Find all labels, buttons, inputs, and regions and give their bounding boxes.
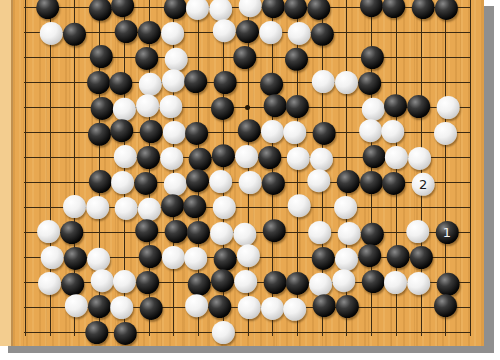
- stone-black[interactable]: [285, 47, 308, 70]
- stone-black[interactable]: [63, 22, 86, 45]
- stone-white[interactable]: [159, 95, 182, 118]
- stone-black[interactable]: [164, 220, 187, 243]
- empty-intersection[interactable]: [458, 295, 483, 320]
- stone-white[interactable]: [213, 19, 236, 42]
- intersection[interactable]: [111, 195, 136, 220]
- intersection[interactable]: [210, 245, 235, 270]
- stone-white[interactable]: [284, 121, 307, 144]
- intersection[interactable]: [235, 220, 260, 245]
- empty-intersection[interactable]: [13, 45, 38, 70]
- intersection[interactable]: [285, 145, 310, 170]
- intersection[interactable]: [408, 270, 433, 295]
- stone-black[interactable]: [360, 222, 383, 245]
- stone-white[interactable]: [235, 145, 258, 168]
- intersection[interactable]: [285, 195, 310, 220]
- intersection[interactable]: [87, 45, 112, 70]
- empty-intersection[interactable]: [235, 70, 260, 95]
- empty-intersection[interactable]: [359, 295, 384, 320]
- stone-white[interactable]: [335, 71, 358, 94]
- intersection[interactable]: [235, 0, 260, 20]
- empty-intersection[interactable]: [186, 45, 211, 70]
- intersection[interactable]: [87, 120, 112, 145]
- empty-intersection[interactable]: [359, 320, 384, 345]
- stone-black[interactable]: [233, 46, 256, 69]
- empty-intersection[interactable]: [458, 195, 483, 220]
- stone-black[interactable]: [337, 170, 360, 193]
- stone-white[interactable]: [186, 294, 209, 317]
- intersection[interactable]: [210, 20, 235, 45]
- intersection[interactable]: [87, 295, 112, 320]
- intersection[interactable]: [260, 70, 285, 95]
- stone-white[interactable]: [385, 146, 408, 169]
- stone-white[interactable]: [63, 195, 86, 218]
- stone-black[interactable]: [138, 21, 161, 44]
- stone-black[interactable]: [134, 171, 157, 194]
- intersection[interactable]: [210, 270, 235, 295]
- intersection[interactable]: [359, 270, 384, 295]
- empty-intersection[interactable]: [383, 220, 408, 245]
- stone-black[interactable]: [262, 171, 285, 194]
- intersection[interactable]: [260, 170, 285, 195]
- intersection[interactable]: [136, 270, 161, 295]
- stone-black[interactable]: [407, 95, 430, 118]
- intersection[interactable]: [383, 0, 408, 20]
- stone-black[interactable]: [140, 296, 163, 319]
- intersection[interactable]: [235, 295, 260, 320]
- intersection[interactable]: [359, 220, 384, 245]
- stone-black[interactable]: [64, 246, 87, 269]
- stone-white[interactable]: [139, 72, 162, 95]
- intersection[interactable]: [285, 270, 310, 295]
- empty-intersection[interactable]: [37, 295, 62, 320]
- stone-white[interactable]: [259, 21, 282, 44]
- intersection[interactable]: [136, 295, 161, 320]
- intersection[interactable]: [285, 120, 310, 145]
- empty-intersection[interactable]: [458, 320, 483, 345]
- empty-intersection[interactable]: [458, 45, 483, 70]
- empty-intersection[interactable]: [433, 195, 458, 220]
- intersection[interactable]: [383, 95, 408, 120]
- intersection[interactable]: [136, 45, 161, 70]
- intersection[interactable]: [260, 120, 285, 145]
- intersection[interactable]: [359, 245, 384, 270]
- empty-intersection[interactable]: [37, 320, 62, 345]
- empty-intersection[interactable]: [408, 20, 433, 45]
- empty-intersection[interactable]: [408, 195, 433, 220]
- stone-white[interactable]: [359, 119, 382, 142]
- intersection[interactable]: [136, 70, 161, 95]
- stone-white[interactable]: [38, 271, 61, 294]
- stone-white[interactable]: [337, 221, 360, 244]
- stone-black[interactable]: [260, 72, 283, 95]
- stone-white[interactable]: [37, 220, 60, 243]
- empty-intersection[interactable]: [62, 95, 87, 120]
- stone-white[interactable]: [408, 146, 431, 169]
- stone-white[interactable]: 2: [412, 172, 435, 195]
- empty-intersection[interactable]: [458, 270, 483, 295]
- intersection[interactable]: [383, 145, 408, 170]
- empty-intersection[interactable]: [285, 220, 310, 245]
- intersection[interactable]: [161, 70, 186, 95]
- intersection[interactable]: [87, 70, 112, 95]
- empty-intersection[interactable]: [13, 270, 38, 295]
- intersection[interactable]: 1: [433, 220, 458, 245]
- empty-intersection[interactable]: [37, 170, 62, 195]
- intersection[interactable]: [161, 20, 186, 45]
- intersection[interactable]: [111, 70, 136, 95]
- stone-white[interactable]: [210, 221, 233, 244]
- stone-black[interactable]: [88, 122, 111, 145]
- empty-intersection[interactable]: [359, 20, 384, 45]
- empty-intersection[interactable]: [13, 170, 38, 195]
- intersection[interactable]: [433, 295, 458, 320]
- stone-white[interactable]: [115, 196, 138, 219]
- intersection[interactable]: [433, 0, 458, 20]
- empty-intersection[interactable]: [458, 220, 483, 245]
- stone-white[interactable]: [334, 196, 357, 219]
- stone-white[interactable]: [261, 296, 284, 319]
- stone-black[interactable]: [189, 147, 212, 170]
- intersection[interactable]: [260, 295, 285, 320]
- empty-intersection[interactable]: [186, 95, 211, 120]
- stone-black[interactable]: [88, 295, 111, 318]
- stone-white[interactable]: [288, 194, 311, 217]
- intersection[interactable]: [260, 0, 285, 20]
- stone-white[interactable]: [434, 121, 457, 144]
- intersection[interactable]: [186, 70, 211, 95]
- intersection[interactable]: [111, 320, 136, 345]
- intersection[interactable]: [260, 20, 285, 45]
- stone-white[interactable]: [307, 169, 330, 192]
- intersection[interactable]: [186, 170, 211, 195]
- stone-black[interactable]: [312, 246, 335, 269]
- intersection[interactable]: [359, 170, 384, 195]
- stone-black[interactable]: [161, 194, 184, 217]
- intersection[interactable]: [186, 245, 211, 270]
- intersection[interactable]: [87, 245, 112, 270]
- stone-black[interactable]: [85, 321, 108, 344]
- stone-black[interactable]: [211, 269, 234, 292]
- intersection[interactable]: [210, 0, 235, 20]
- stone-white[interactable]: [209, 170, 232, 193]
- empty-intersection[interactable]: [235, 195, 260, 220]
- intersection[interactable]: [186, 145, 211, 170]
- empty-intersection[interactable]: [13, 195, 38, 220]
- stone-white[interactable]: [138, 197, 161, 220]
- intersection[interactable]: [161, 120, 186, 145]
- intersection[interactable]: [235, 145, 260, 170]
- intersection[interactable]: [408, 0, 433, 20]
- empty-intersection[interactable]: [62, 170, 87, 195]
- stone-white[interactable]: [309, 272, 332, 295]
- empty-intersection[interactable]: [210, 120, 235, 145]
- empty-intersection[interactable]: [62, 120, 87, 145]
- stone-black[interactable]: [358, 244, 381, 267]
- stone-black[interactable]: [382, 0, 405, 18]
- empty-intersection[interactable]: [13, 220, 38, 245]
- intersection[interactable]: [87, 320, 112, 345]
- empty-intersection[interactable]: [285, 245, 310, 270]
- stone-white[interactable]: [186, 0, 209, 19]
- intersection[interactable]: [136, 95, 161, 120]
- intersection[interactable]: [334, 270, 359, 295]
- intersection[interactable]: [210, 320, 235, 345]
- intersection[interactable]: [87, 170, 112, 195]
- stone-black[interactable]: [186, 121, 209, 144]
- stone-black[interactable]: [209, 295, 232, 318]
- empty-intersection[interactable]: [260, 245, 285, 270]
- stone-black[interactable]: [214, 71, 237, 94]
- stone-white[interactable]: [213, 196, 236, 219]
- intersection[interactable]: [235, 120, 260, 145]
- empty-intersection[interactable]: [62, 320, 87, 345]
- empty-intersection[interactable]: [186, 20, 211, 45]
- stone-white[interactable]: [288, 21, 311, 44]
- intersection[interactable]: [210, 170, 235, 195]
- stone-black[interactable]: [212, 144, 235, 167]
- intersection[interactable]: [309, 70, 334, 95]
- intersection[interactable]: [87, 0, 112, 20]
- empty-intersection[interactable]: [136, 0, 161, 20]
- empty-intersection[interactable]: [433, 320, 458, 345]
- intersection[interactable]: [235, 20, 260, 45]
- stone-black[interactable]: [384, 94, 407, 117]
- empty-intersection[interactable]: [13, 145, 38, 170]
- stone-white[interactable]: [332, 269, 355, 292]
- intersection[interactable]: [62, 245, 87, 270]
- intersection[interactable]: [210, 195, 235, 220]
- intersection[interactable]: [260, 95, 285, 120]
- stone-black[interactable]: [186, 169, 209, 192]
- stone-white[interactable]: [164, 47, 187, 70]
- stone-black[interactable]: [361, 270, 384, 293]
- empty-intersection[interactable]: [383, 320, 408, 345]
- empty-intersection[interactable]: [408, 70, 433, 95]
- empty-intersection[interactable]: [383, 295, 408, 320]
- empty-intersection[interactable]: [260, 320, 285, 345]
- stone-white[interactable]: [111, 171, 134, 194]
- stone-black[interactable]: [412, 0, 435, 19]
- stone-black[interactable]: [90, 96, 113, 119]
- stone-white[interactable]: [436, 96, 459, 119]
- stone-white[interactable]: [238, 296, 261, 319]
- intersection[interactable]: [87, 95, 112, 120]
- intersection[interactable]: [111, 270, 136, 295]
- empty-intersection[interactable]: [433, 145, 458, 170]
- stone-black[interactable]: [387, 245, 410, 268]
- empty-intersection[interactable]: [309, 45, 334, 70]
- intersection[interactable]: [433, 120, 458, 145]
- intersection[interactable]: [359, 145, 384, 170]
- intersection[interactable]: [309, 270, 334, 295]
- empty-intersection[interactable]: [334, 20, 359, 45]
- intersection[interactable]: [210, 220, 235, 245]
- empty-intersection[interactable]: [309, 195, 334, 220]
- intersection[interactable]: [359, 95, 384, 120]
- stone-black[interactable]: [135, 219, 158, 242]
- empty-intersection[interactable]: [458, 20, 483, 45]
- stone-black[interactable]: [436, 272, 459, 295]
- empty-intersection[interactable]: [13, 295, 38, 320]
- intersection[interactable]: [37, 270, 62, 295]
- intersection[interactable]: [111, 0, 136, 20]
- intersection[interactable]: [161, 195, 186, 220]
- stone-black[interactable]: [214, 247, 237, 270]
- empty-intersection[interactable]: [359, 195, 384, 220]
- stone-black[interactable]: [307, 0, 330, 19]
- stone-black[interactable]: [263, 94, 286, 117]
- empty-intersection[interactable]: [13, 70, 38, 95]
- stone-black[interactable]: [434, 294, 457, 317]
- stone-black[interactable]: [258, 146, 281, 169]
- empty-intersection[interactable]: [408, 45, 433, 70]
- stone-white[interactable]: [233, 222, 256, 245]
- stone-black[interactable]: [114, 321, 137, 344]
- stone-black[interactable]: [238, 119, 261, 142]
- empty-intersection[interactable]: [13, 320, 38, 345]
- intersection[interactable]: [186, 295, 211, 320]
- empty-intersection[interactable]: [458, 70, 483, 95]
- empty-intersection[interactable]: [13, 0, 38, 20]
- stone-black[interactable]: [284, 0, 307, 19]
- stone-black[interactable]: [211, 96, 234, 119]
- empty-intersection[interactable]: [13, 120, 38, 145]
- intersection[interactable]: [309, 120, 334, 145]
- empty-intersection[interactable]: [37, 70, 62, 95]
- stone-white[interactable]: [136, 94, 159, 117]
- empty-intersection[interactable]: [87, 220, 112, 245]
- stone-white[interactable]: [164, 172, 187, 195]
- intersection[interactable]: [334, 195, 359, 220]
- stone-black[interactable]: [262, 0, 285, 18]
- intersection[interactable]: [62, 220, 87, 245]
- empty-intersection[interactable]: [260, 45, 285, 70]
- empty-intersection[interactable]: [285, 170, 310, 195]
- intersection[interactable]: [309, 220, 334, 245]
- intersection[interactable]: [285, 95, 310, 120]
- intersection[interactable]: [111, 120, 136, 145]
- intersection[interactable]: [37, 20, 62, 45]
- stone-black[interactable]: [236, 20, 259, 43]
- stone-black[interactable]: [164, 0, 187, 19]
- empty-intersection[interactable]: [458, 0, 483, 20]
- intersection[interactable]: [408, 220, 433, 245]
- empty-intersection[interactable]: [37, 195, 62, 220]
- intersection[interactable]: [161, 145, 186, 170]
- intersection[interactable]: [433, 270, 458, 295]
- intersection[interactable]: [210, 145, 235, 170]
- intersection[interactable]: [359, 45, 384, 70]
- empty-intersection[interactable]: [408, 320, 433, 345]
- intersection[interactable]: [186, 195, 211, 220]
- empty-intersection[interactable]: [334, 45, 359, 70]
- empty-intersection[interactable]: [161, 320, 186, 345]
- intersection[interactable]: [161, 45, 186, 70]
- stone-white[interactable]: [163, 121, 186, 144]
- stone-black[interactable]: [137, 146, 160, 169]
- stone-white[interactable]: [287, 146, 310, 169]
- intersection[interactable]: [235, 245, 260, 270]
- stone-white[interactable]: [90, 269, 113, 292]
- stone-white[interactable]: [312, 70, 335, 93]
- intersection[interactable]: [383, 120, 408, 145]
- intersection[interactable]: [87, 195, 112, 220]
- stone-black[interactable]: [140, 120, 163, 143]
- empty-intersection[interactable]: [13, 20, 38, 45]
- intersection[interactable]: [260, 270, 285, 295]
- stone-white[interactable]: [114, 145, 137, 168]
- empty-intersection[interactable]: [13, 245, 38, 270]
- stone-white[interactable]: [160, 146, 183, 169]
- intersection[interactable]: [136, 195, 161, 220]
- empty-intersection[interactable]: [458, 95, 483, 120]
- intersection[interactable]: [235, 170, 260, 195]
- empty-intersection[interactable]: [458, 145, 483, 170]
- intersection[interactable]: [383, 270, 408, 295]
- stone-black[interactable]: [435, 0, 458, 19]
- empty-intersection[interactable]: [433, 70, 458, 95]
- stone-black[interactable]: [89, 45, 112, 68]
- stone-black[interactable]: [111, 0, 134, 17]
- stone-white[interactable]: [40, 21, 63, 44]
- empty-intersection[interactable]: [383, 20, 408, 45]
- empty-intersection[interactable]: [309, 95, 334, 120]
- empty-intersection[interactable]: [433, 170, 458, 195]
- empty-intersection[interactable]: [408, 295, 433, 320]
- stone-white[interactable]: [407, 271, 430, 294]
- intersection[interactable]: [334, 220, 359, 245]
- stone-black[interactable]: [188, 272, 211, 295]
- stone-white[interactable]: [113, 97, 136, 120]
- intersection[interactable]: [87, 270, 112, 295]
- stone-black[interactable]: [362, 145, 385, 168]
- intersection[interactable]: [359, 0, 384, 20]
- intersection[interactable]: [136, 145, 161, 170]
- stone-black[interactable]: [360, 171, 383, 194]
- intersection[interactable]: [334, 245, 359, 270]
- empty-intersection[interactable]: [383, 195, 408, 220]
- empty-intersection[interactable]: [433, 45, 458, 70]
- intersection[interactable]: [161, 220, 186, 245]
- stone-black[interactable]: [135, 46, 158, 69]
- empty-intersection[interactable]: [37, 95, 62, 120]
- stone-white[interactable]: [406, 220, 429, 243]
- intersection[interactable]: [285, 0, 310, 20]
- intersection[interactable]: [210, 95, 235, 120]
- intersection[interactable]: [309, 295, 334, 320]
- empty-intersection[interactable]: [458, 245, 483, 270]
- intersection[interactable]: [383, 170, 408, 195]
- intersection[interactable]: [186, 270, 211, 295]
- intersection[interactable]: [62, 195, 87, 220]
- intersection[interactable]: [210, 70, 235, 95]
- stone-black[interactable]: [336, 295, 359, 318]
- stone-white[interactable]: [209, 0, 232, 20]
- intersection[interactable]: [62, 270, 87, 295]
- intersection[interactable]: [136, 220, 161, 245]
- empty-intersection[interactable]: [433, 245, 458, 270]
- stone-black[interactable]: [313, 121, 336, 144]
- intersection[interactable]: [309, 245, 334, 270]
- stone-white[interactable]: [185, 246, 208, 269]
- intersection[interactable]: [408, 245, 433, 270]
- stone-white[interactable]: [87, 247, 110, 270]
- stone-black[interactable]: [263, 271, 286, 294]
- stone-white[interactable]: [261, 120, 284, 143]
- intersection[interactable]: [235, 270, 260, 295]
- intersection[interactable]: [161, 170, 186, 195]
- stone-black[interactable]: [60, 221, 83, 244]
